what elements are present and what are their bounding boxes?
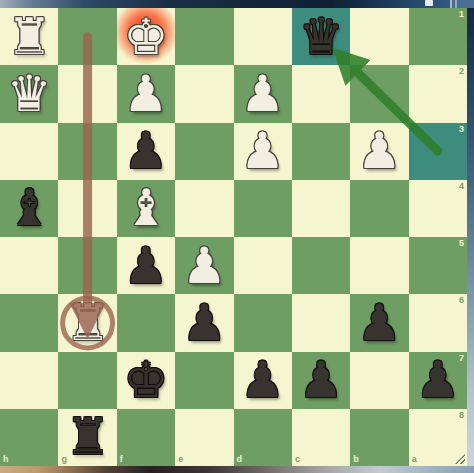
square-d5[interactable] <box>234 237 292 294</box>
square-e6[interactable]: ♟ <box>175 294 233 351</box>
rank-label-5: 5 <box>459 239 464 248</box>
square-c5[interactable] <box>292 237 350 294</box>
square-c1[interactable]: ♛ <box>292 8 350 65</box>
white-queen[interactable]: ♛ <box>0 65 58 122</box>
right-window-strip <box>467 8 474 466</box>
top-window-strip <box>0 0 474 8</box>
square-g8[interactable]: g♜ <box>58 409 116 466</box>
square-f6[interactable] <box>117 294 175 351</box>
square-f1[interactable]: ♚ <box>117 8 175 65</box>
file-label-f: f <box>120 455 123 464</box>
square-h7[interactable] <box>0 352 58 409</box>
square-f8[interactable]: f <box>117 409 175 466</box>
square-d6[interactable] <box>234 294 292 351</box>
square-h3[interactable] <box>0 123 58 180</box>
square-b8[interactable]: b <box>350 409 408 466</box>
square-d4[interactable] <box>234 180 292 237</box>
square-h1[interactable]: ♜ <box>0 8 58 65</box>
square-b3[interactable]: ♟ <box>350 123 408 180</box>
square-c4[interactable] <box>292 180 350 237</box>
square-e8[interactable]: e <box>175 409 233 466</box>
white-pawn[interactable]: ♟ <box>350 123 408 180</box>
square-a3[interactable]: 3 <box>409 123 467 180</box>
square-f4[interactable]: ♝ <box>117 180 175 237</box>
file-label-a: a <box>412 455 417 464</box>
square-d2[interactable]: ♟ <box>234 65 292 122</box>
square-c2[interactable] <box>292 65 350 122</box>
black-bishop[interactable]: ♝ <box>0 180 58 237</box>
square-h2[interactable]: ♛ <box>0 65 58 122</box>
square-a4[interactable]: 4 <box>409 180 467 237</box>
square-a6[interactable]: 6 <box>409 294 467 351</box>
square-f2[interactable]: ♟ <box>117 65 175 122</box>
black-pawn[interactable]: ♟ <box>117 237 175 294</box>
rank-label-4: 4 <box>459 182 464 191</box>
black-pawn[interactable]: ♟ <box>117 123 175 180</box>
square-f7[interactable]: ♚ <box>117 352 175 409</box>
black-pawn[interactable]: ♟ <box>175 294 233 351</box>
square-a7[interactable]: 7♟ <box>409 352 467 409</box>
square-e2[interactable] <box>175 65 233 122</box>
white-pawn[interactable]: ♟ <box>117 65 175 122</box>
square-d1[interactable] <box>234 8 292 65</box>
rank-label-3: 3 <box>459 125 464 134</box>
square-b1[interactable] <box>350 8 408 65</box>
square-d3[interactable]: ♟ <box>234 123 292 180</box>
file-label-b: b <box>353 455 359 464</box>
rank-label-1: 1 <box>459 10 464 19</box>
white-pawn[interactable]: ♟ <box>234 65 292 122</box>
file-label-d: d <box>237 455 243 464</box>
rank-label-8: 8 <box>459 411 464 420</box>
square-g2[interactable] <box>58 65 116 122</box>
square-c3[interactable] <box>292 123 350 180</box>
resize-handle-icon[interactable] <box>455 454 465 464</box>
square-e5[interactable]: ♟ <box>175 237 233 294</box>
black-rook[interactable]: ♜ <box>58 409 116 466</box>
black-pawn[interactable]: ♟ <box>350 294 408 351</box>
square-f5[interactable]: ♟ <box>117 237 175 294</box>
desktop-backdrop: ♜♚♛1♛♟♟2♟♟♟3♝♝4♟♟5♜♟♟6♚♟♟7♟hg♜fedcb8a <box>0 0 474 473</box>
square-h6[interactable] <box>0 294 58 351</box>
square-d7[interactable]: ♟ <box>234 352 292 409</box>
square-g1[interactable] <box>58 8 116 65</box>
window-icon <box>425 0 433 6</box>
square-e3[interactable] <box>175 123 233 180</box>
chess-board[interactable]: ♜♚♛1♛♟♟2♟♟♟3♝♝4♟♟5♜♟♟6♚♟♟7♟hg♜fedcb8a <box>0 8 467 466</box>
square-e1[interactable] <box>175 8 233 65</box>
square-a8[interactable]: 8a <box>409 409 467 466</box>
square-b7[interactable] <box>350 352 408 409</box>
square-a1[interactable]: 1 <box>409 8 467 65</box>
black-pawn[interactable]: ♟ <box>234 352 292 409</box>
square-f3[interactable]: ♟ <box>117 123 175 180</box>
rank-label-6: 6 <box>459 296 464 305</box>
black-pawn[interactable]: ♟ <box>292 352 350 409</box>
white-rook[interactable]: ♜ <box>0 8 58 65</box>
black-king[interactable]: ♚ <box>117 352 175 409</box>
taskbar-clock-fragment <box>450 0 474 8</box>
square-h4[interactable]: ♝ <box>0 180 58 237</box>
white-pawn[interactable]: ♟ <box>234 123 292 180</box>
square-g6[interactable]: ♜ <box>58 294 116 351</box>
square-h8[interactable]: h <box>0 409 58 466</box>
square-c7[interactable]: ♟ <box>292 352 350 409</box>
file-label-c: c <box>295 455 300 464</box>
white-pawn[interactable]: ♟ <box>175 237 233 294</box>
bottom-wallpaper-strip <box>0 466 474 473</box>
square-a2[interactable]: 2 <box>409 65 467 122</box>
square-e7[interactable] <box>175 352 233 409</box>
square-g7[interactable] <box>58 352 116 409</box>
square-b6[interactable]: ♟ <box>350 294 408 351</box>
square-g4[interactable] <box>58 180 116 237</box>
square-b5[interactable] <box>350 237 408 294</box>
square-e4[interactable] <box>175 180 233 237</box>
square-d8[interactable]: d <box>234 409 292 466</box>
square-g5[interactable] <box>58 237 116 294</box>
file-label-h: h <box>3 455 9 464</box>
square-c6[interactable] <box>292 294 350 351</box>
square-b4[interactable] <box>350 180 408 237</box>
black-pawn[interactable]: ♟ <box>409 352 467 409</box>
square-a5[interactable]: 5 <box>409 237 467 294</box>
square-h5[interactable] <box>0 237 58 294</box>
white-king[interactable]: ♚ <box>117 8 175 65</box>
square-b2[interactable] <box>350 65 408 122</box>
white-rook[interactable]: ♜ <box>58 294 116 351</box>
square-g3[interactable] <box>58 123 116 180</box>
white-bishop[interactable]: ♝ <box>117 180 175 237</box>
square-c8[interactable]: c <box>292 409 350 466</box>
file-label-e: e <box>178 455 183 464</box>
rank-label-2: 2 <box>459 67 464 76</box>
black-queen[interactable]: ♛ <box>292 8 350 65</box>
